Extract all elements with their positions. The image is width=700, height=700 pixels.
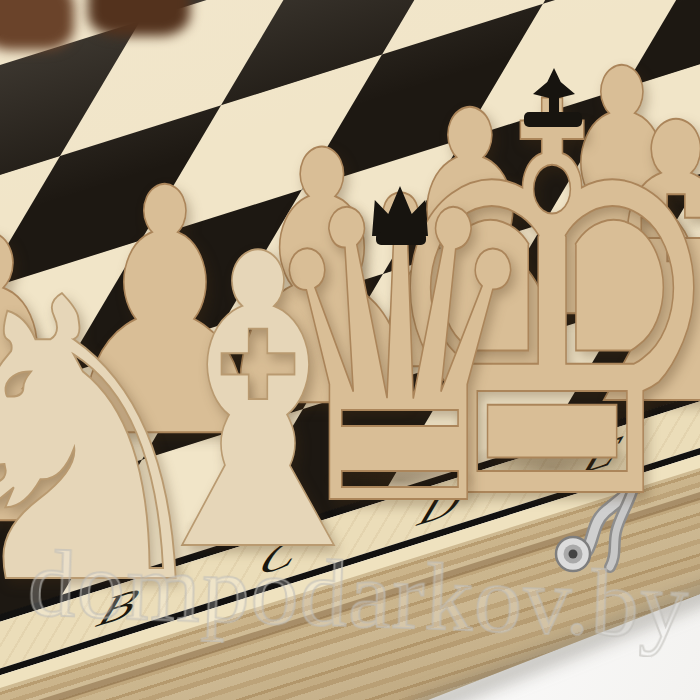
white-king-shadow <box>449 440 654 494</box>
queen-black-collar <box>376 232 426 245</box>
white-pawn-shadow <box>557 280 686 314</box>
white-pawn-shadow <box>100 399 229 433</box>
white-queen-shadow <box>320 459 480 501</box>
chess-set-photo: BCDE ♟♟♝♟♟♚♛♟♝♞ dompodarkov.by <box>0 0 700 700</box>
king-black-collar <box>524 112 582 127</box>
watermark: dompodarkov.by <box>27 535 700 657</box>
white-pawn-shadow <box>256 369 389 404</box>
blurred-dark-piece-1 <box>0 0 74 50</box>
white-pawn-shadow <box>403 332 538 368</box>
blurred-dark-piece-2 <box>88 0 190 36</box>
